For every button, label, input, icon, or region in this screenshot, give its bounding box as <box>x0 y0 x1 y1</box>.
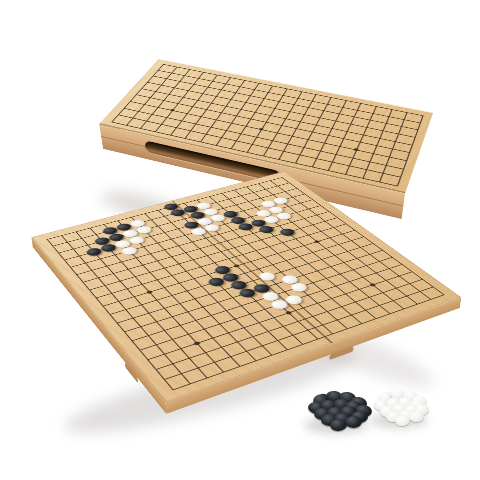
star-point <box>354 148 359 151</box>
star-point <box>170 109 175 112</box>
board-foot <box>125 362 138 383</box>
go-set-product-photo <box>0 0 480 480</box>
star-point <box>259 128 264 131</box>
